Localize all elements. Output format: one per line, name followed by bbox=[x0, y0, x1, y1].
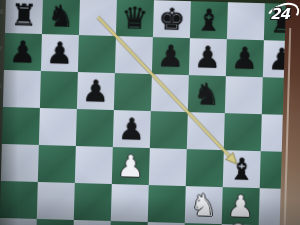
square-e2[interactable] bbox=[147, 222, 185, 225]
square-b5[interactable] bbox=[39, 108, 77, 146]
square-g7[interactable]: ♟ bbox=[226, 39, 264, 77]
piece-bp-d5[interactable]: ♟ bbox=[113, 110, 151, 148]
square-a5[interactable] bbox=[2, 107, 40, 145]
square-a7[interactable]: ♟ bbox=[4, 33, 42, 71]
piece-bq-d8[interactable]: ♛ bbox=[116, 0, 154, 37]
square-d6[interactable] bbox=[114, 73, 152, 111]
square-c5[interactable] bbox=[76, 109, 114, 147]
channel-badge-text: 24 bbox=[270, 5, 289, 23]
chess-board[interactable]: ♜♞♛♚♝♜♟♟♟♟♟♟♟♞♟♟♝♞♟ bbox=[0, 0, 300, 225]
piece-br-a8[interactable]: ♜ bbox=[5, 0, 43, 34]
square-e6[interactable] bbox=[151, 74, 189, 112]
piece-wp-d4[interactable]: ♟ bbox=[112, 147, 150, 185]
square-d2[interactable] bbox=[110, 221, 148, 225]
piece-bp-c6[interactable]: ♟ bbox=[77, 72, 115, 110]
square-a6[interactable] bbox=[3, 70, 41, 108]
piece-bk-e8[interactable]: ♚ bbox=[153, 0, 191, 38]
square-g5[interactable] bbox=[224, 113, 262, 151]
square-b7[interactable]: ♟ bbox=[41, 34, 79, 72]
square-g3[interactable]: ♟ bbox=[222, 187, 260, 225]
square-b6[interactable] bbox=[40, 71, 78, 109]
square-c8[interactable] bbox=[79, 0, 117, 36]
square-c3[interactable] bbox=[74, 183, 112, 221]
square-f6[interactable]: ♞ bbox=[188, 75, 226, 113]
square-a3[interactable] bbox=[0, 181, 38, 219]
square-b8[interactable]: ♞ bbox=[42, 0, 80, 35]
square-g4[interactable]: ♝ bbox=[223, 150, 261, 188]
square-f4[interactable] bbox=[186, 149, 224, 187]
square-c6[interactable]: ♟ bbox=[77, 72, 115, 110]
piece-bb-f8[interactable]: ♝ bbox=[190, 1, 228, 39]
square-c7[interactable] bbox=[78, 35, 116, 73]
square-g6[interactable] bbox=[225, 76, 263, 114]
square-g8[interactable] bbox=[227, 2, 265, 40]
square-a2[interactable] bbox=[0, 218, 37, 225]
piece-bp-a7[interactable]: ♟ bbox=[4, 33, 42, 71]
piece-bp-f7[interactable]: ♟ bbox=[189, 38, 227, 76]
piece-wn-f3[interactable]: ♞ bbox=[185, 186, 223, 224]
square-e3[interactable] bbox=[148, 185, 186, 223]
square-a8[interactable]: ♜ bbox=[5, 0, 43, 34]
piece-bb-g4[interactable]: ♝ bbox=[223, 150, 261, 188]
square-d8[interactable]: ♛ bbox=[116, 0, 154, 37]
square-d5[interactable]: ♟ bbox=[113, 110, 151, 148]
square-f2[interactable] bbox=[184, 223, 222, 225]
square-f3[interactable]: ♞ bbox=[185, 186, 223, 224]
bezel-highlight bbox=[283, 28, 291, 225]
square-b3[interactable] bbox=[37, 182, 75, 220]
square-e5[interactable] bbox=[150, 111, 188, 149]
square-f5[interactable] bbox=[187, 112, 225, 150]
square-c2[interactable] bbox=[73, 220, 111, 225]
piece-bp-g7[interactable]: ♟ bbox=[226, 39, 264, 77]
square-e4[interactable] bbox=[149, 148, 187, 186]
square-f7[interactable]: ♟ bbox=[189, 38, 227, 76]
square-d3[interactable] bbox=[111, 184, 149, 222]
square-c4[interactable] bbox=[75, 146, 113, 184]
square-d7[interactable] bbox=[115, 36, 153, 74]
channel-24-logo: 24 bbox=[266, 3, 299, 28]
square-b4[interactable] bbox=[38, 145, 76, 183]
piece-bp-e7[interactable]: ♟ bbox=[152, 37, 190, 75]
square-a4[interactable] bbox=[1, 144, 39, 182]
piece-bn-b8[interactable]: ♞ bbox=[42, 0, 80, 35]
piece-wp-g3[interactable]: ♟ bbox=[222, 187, 260, 225]
square-b2[interactable] bbox=[36, 219, 74, 225]
chess-gui-photo: 876543 ♜♞♛♚♝♜♟♟♟♟♟♟♟♞♟♟♝♞♟ bbox=[0, 0, 300, 225]
square-d4[interactable]: ♟ bbox=[112, 147, 150, 185]
square-e7[interactable]: ♟ bbox=[152, 37, 190, 75]
square-e8[interactable]: ♚ bbox=[153, 0, 191, 38]
broadcast-frame: 876543 ♜♞♛♚♝♜♟♟♟♟♟♟♟♞♟♟♝♞♟ 24 bbox=[0, 0, 300, 225]
piece-bn-f6[interactable]: ♞ bbox=[188, 75, 226, 113]
piece-bp-b7[interactable]: ♟ bbox=[41, 34, 79, 72]
square-f8[interactable]: ♝ bbox=[190, 1, 228, 39]
